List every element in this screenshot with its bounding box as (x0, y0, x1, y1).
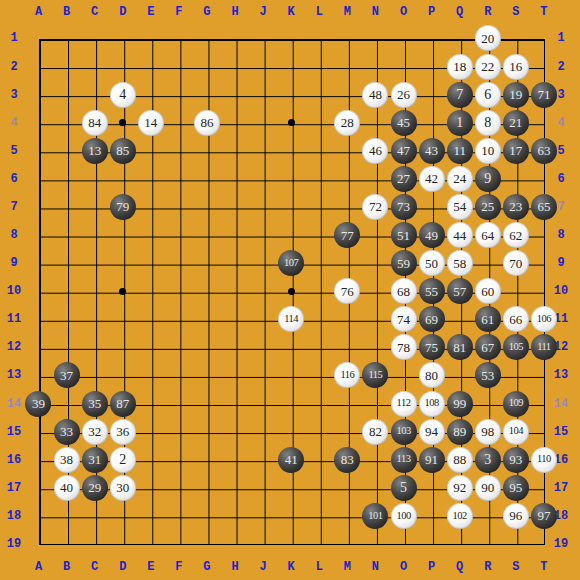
stone-white-50-P9[interactable]: 50 (419, 250, 445, 276)
row-labels-right-4: 4 (547, 109, 575, 137)
stone-white-94-P15[interactable]: 94 (419, 419, 445, 445)
row-labels-left-3: 3 (0, 81, 28, 109)
stone-black-99-Q14[interactable]: 99 (447, 391, 473, 417)
stone-black-27-O6[interactable]: 27 (391, 166, 417, 192)
column-labels-top-G: G (193, 0, 221, 24)
stone-white-92-Q17[interactable]: 92 (447, 475, 473, 501)
column-labels-bottom-N: N (361, 556, 389, 578)
stone-black-105-S12[interactable]: 105 (503, 334, 529, 360)
column-labels-top-M: M (333, 0, 361, 24)
stone-white-78-O12[interactable]: 78 (391, 334, 417, 360)
stone-white-10-R5[interactable]: 10 (475, 138, 501, 164)
stone-white-64-R8[interactable]: 64 (475, 222, 501, 248)
stone-white-70-S9[interactable]: 70 (503, 250, 529, 276)
row-labels-left-10: 10 (0, 277, 28, 305)
stone-white-14-E4[interactable]: 14 (138, 110, 164, 136)
stone-white-98-R15[interactable]: 98 (475, 419, 501, 445)
stone-black-35-C14[interactable]: 35 (82, 391, 108, 417)
row-labels-right-8: 8 (547, 221, 575, 249)
stone-black-109-S14[interactable]: 109 (503, 391, 529, 417)
stone-black-1-Q4[interactable]: 1 (447, 110, 473, 136)
stone-black-59-O9[interactable]: 59 (391, 250, 417, 276)
stone-white-90-R17[interactable]: 90 (475, 475, 501, 501)
stone-black-71-T3[interactable]: 71 (531, 82, 557, 108)
stone-black-81-Q12[interactable]: 81 (447, 334, 473, 360)
row-labels-left-17: 17 (0, 474, 28, 502)
column-labels-bottom-O: O (389, 556, 417, 578)
row-labels-right-13: 13 (547, 361, 575, 389)
stone-black-75-P12[interactable]: 75 (419, 334, 445, 360)
row-labels-left-12: 12 (0, 333, 28, 361)
row-labels-left-2: 2 (0, 53, 28, 81)
stone-white-96-S18[interactable]: 96 (503, 503, 529, 529)
row-labels-right-1: 1 (547, 24, 575, 52)
row-labels-left-9: 9 (0, 249, 28, 277)
row-labels-left: 12345678910111213141516171819 (0, 24, 28, 558)
stone-white-4-D3[interactable]: 4 (110, 82, 136, 108)
stone-black-37-B13[interactable]: 37 (54, 362, 80, 388)
stone-white-110-T16[interactable]: 110 (531, 447, 557, 473)
stone-white-48-N3[interactable]: 48 (362, 82, 388, 108)
stone-white-80-P13[interactable]: 80 (419, 362, 445, 388)
star-point-D4 (119, 119, 126, 126)
stone-white-66-S11[interactable]: 66 (503, 306, 529, 332)
stone-white-8-R4[interactable]: 8 (475, 110, 501, 136)
stone-black-23-S7[interactable]: 23 (503, 194, 529, 220)
go-board[interactable]: 2018221644826761971841486284518211385464… (0, 0, 580, 580)
stone-white-68-O10[interactable]: 68 (391, 278, 417, 304)
stone-white-24-Q6[interactable]: 24 (447, 166, 473, 192)
stone-white-100-O18[interactable]: 100 (391, 503, 417, 529)
go-diagram-page: { "game": "go", "title": "Go game record… (0, 0, 580, 580)
stone-white-40-B17[interactable]: 40 (54, 475, 80, 501)
stone-white-86-G4[interactable]: 86 (194, 110, 220, 136)
column-labels-top-A: A (24, 0, 52, 24)
star-point-D10 (119, 288, 126, 295)
stone-white-32-C15[interactable]: 32 (82, 419, 108, 445)
column-labels-bottom-K: K (277, 556, 305, 578)
column-labels-top-F: F (165, 0, 193, 24)
stone-black-9-R6[interactable]: 9 (475, 166, 501, 192)
row-labels-left-1: 1 (0, 24, 28, 52)
stone-black-79-D7[interactable]: 79 (110, 194, 136, 220)
column-labels-bottom-M: M (333, 556, 361, 578)
row-labels-right-9: 9 (547, 249, 575, 277)
row-labels-left-4: 4 (0, 109, 28, 137)
stone-black-77-M8[interactable]: 77 (334, 222, 360, 248)
stone-black-89-Q15[interactable]: 89 (447, 419, 473, 445)
column-labels-bottom-H: H (221, 556, 249, 578)
row-labels-left-18: 18 (0, 502, 28, 530)
column-labels-top-L: L (305, 0, 333, 24)
column-labels-bottom-Q: Q (446, 556, 474, 578)
column-labels-top-H: H (221, 0, 249, 24)
stone-black-25-R7[interactable]: 25 (475, 194, 501, 220)
row-labels-left-16: 16 (0, 446, 28, 474)
stone-white-36-D15[interactable]: 36 (110, 419, 136, 445)
stone-black-87-D14[interactable]: 87 (110, 391, 136, 417)
stone-black-39-A14[interactable]: 39 (25, 391, 51, 417)
column-labels-bottom-D: D (109, 556, 137, 578)
stone-white-74-O11[interactable]: 74 (391, 306, 417, 332)
stone-black-19-S3[interactable]: 19 (503, 82, 529, 108)
stone-black-53-R13[interactable]: 53 (475, 362, 501, 388)
row-labels-right-19: 19 (547, 530, 575, 558)
stone-black-13-C5[interactable]: 13 (82, 138, 108, 164)
stone-white-16-S2[interactable]: 16 (503, 54, 529, 80)
stone-black-73-O7[interactable]: 73 (391, 194, 417, 220)
column-labels-top-K: K (277, 0, 305, 24)
column-labels-bottom-T: T (530, 556, 558, 578)
column-labels-bottom: ABCDEFGHJKLMNOPQRST (24, 556, 558, 578)
row-labels-left-19: 19 (0, 530, 28, 558)
star-point-K4 (288, 119, 295, 126)
stone-black-113-O16[interactable]: 113 (391, 447, 417, 473)
stone-black-17-S5[interactable]: 17 (503, 138, 529, 164)
stone-black-29-C17[interactable]: 29 (82, 475, 108, 501)
row-labels-left-11: 11 (0, 305, 28, 333)
stone-white-72-N7[interactable]: 72 (362, 194, 388, 220)
stone-black-101-N18[interactable]: 101 (362, 503, 388, 529)
stone-black-43-P5[interactable]: 43 (419, 138, 445, 164)
column-labels-top-B: B (53, 0, 81, 24)
column-labels-top-T: T (530, 0, 558, 24)
column-labels-bottom-F: F (165, 556, 193, 578)
row-labels-left-7: 7 (0, 193, 28, 221)
stone-white-82-N15[interactable]: 82 (362, 419, 388, 445)
stone-white-54-Q7[interactable]: 54 (447, 194, 473, 220)
stone-white-88-Q16[interactable]: 88 (447, 447, 473, 473)
star-point-K10 (288, 288, 295, 295)
column-labels-top: ABCDEFGHJKLMNOPQRST (24, 0, 558, 24)
stone-black-115-N13[interactable]: 115 (362, 362, 388, 388)
stone-white-60-R10[interactable]: 60 (475, 278, 501, 304)
column-labels-bottom-E: E (137, 556, 165, 578)
stone-black-41-K16[interactable]: 41 (278, 447, 304, 473)
stone-white-46-N5[interactable]: 46 (362, 138, 388, 164)
column-labels-top-O: O (389, 0, 417, 24)
row-labels-left-5: 5 (0, 137, 28, 165)
column-labels-bottom-P: P (418, 556, 446, 578)
row-labels-right-6: 6 (547, 165, 575, 193)
row-labels-right-2: 2 (547, 53, 575, 81)
stone-black-95-S17[interactable]: 95 (503, 475, 529, 501)
stone-black-5-O17[interactable]: 5 (391, 475, 417, 501)
stone-black-67-R12[interactable]: 67 (475, 334, 501, 360)
stone-black-49-P8[interactable]: 49 (419, 222, 445, 248)
stone-black-11-Q5[interactable]: 11 (447, 138, 473, 164)
column-labels-top-R: R (474, 0, 502, 24)
column-labels-top-C: C (81, 0, 109, 24)
stone-white-106-T11[interactable]: 106 (531, 306, 557, 332)
stone-white-102-Q18[interactable]: 102 (447, 503, 473, 529)
column-labels-top-P: P (418, 0, 446, 24)
stone-white-108-P14[interactable]: 108 (419, 391, 445, 417)
stone-black-85-D5[interactable]: 85 (110, 138, 136, 164)
column-labels-top-D: D (109, 0, 137, 24)
stone-white-84-C4[interactable]: 84 (82, 110, 108, 136)
column-labels-bottom-L: L (305, 556, 333, 578)
row-labels-right-15: 15 (547, 418, 575, 446)
column-labels-bottom-A: A (24, 556, 52, 578)
row-labels-left-14: 14 (0, 389, 28, 417)
row-labels-right-14: 14 (547, 389, 575, 417)
row-labels-right-17: 17 (547, 474, 575, 502)
stone-white-2-D16[interactable]: 2 (110, 447, 136, 473)
column-labels-top-N: N (361, 0, 389, 24)
stone-white-116-M13[interactable]: 116 (334, 362, 360, 388)
intersection-grid[interactable]: 2018221644826761971841486284518211385464… (24, 24, 558, 558)
stone-white-28-M4[interactable]: 28 (334, 110, 360, 136)
stone-black-33-B15[interactable]: 33 (54, 419, 80, 445)
stone-black-55-P10[interactable]: 55 (419, 278, 445, 304)
column-labels-bottom-C: C (81, 556, 109, 578)
stone-black-97-T18[interactable]: 97 (531, 503, 557, 529)
stone-black-31-C16[interactable]: 31 (82, 447, 108, 473)
row-labels-left-6: 6 (0, 165, 28, 193)
stone-black-65-T7[interactable]: 65 (531, 194, 557, 220)
column-labels-top-J: J (249, 0, 277, 24)
stone-black-107-K9[interactable]: 107 (278, 250, 304, 276)
stone-white-112-O14[interactable]: 112 (391, 391, 417, 417)
stone-white-44-Q8[interactable]: 44 (447, 222, 473, 248)
stone-black-47-O5[interactable]: 47 (391, 138, 417, 164)
stone-black-57-Q10[interactable]: 57 (447, 278, 473, 304)
column-labels-bottom-S: S (502, 556, 530, 578)
stone-white-26-O3[interactable]: 26 (391, 82, 417, 108)
stone-white-42-P6[interactable]: 42 (419, 166, 445, 192)
row-labels-left-15: 15 (0, 418, 28, 446)
row-labels-right-10: 10 (547, 277, 575, 305)
stone-black-21-S4[interactable]: 21 (503, 110, 529, 136)
stone-black-63-T5[interactable]: 63 (531, 138, 557, 164)
column-labels-top-Q: Q (446, 0, 474, 24)
stone-black-51-O8[interactable]: 51 (391, 222, 417, 248)
column-labels-bottom-R: R (474, 556, 502, 578)
stone-black-45-O4[interactable]: 45 (391, 110, 417, 136)
stone-white-20-R1[interactable]: 20 (475, 25, 501, 51)
column-labels-top-E: E (137, 0, 165, 24)
row-labels-left-8: 8 (0, 221, 28, 249)
row-labels-left-13: 13 (0, 361, 28, 389)
stone-white-104-S15[interactable]: 104 (503, 419, 529, 445)
stone-black-7-Q3[interactable]: 7 (447, 82, 473, 108)
column-labels-top-S: S (502, 0, 530, 24)
column-labels-bottom-G: G (193, 556, 221, 578)
stone-white-22-R2[interactable]: 22 (475, 54, 501, 80)
column-labels-bottom-B: B (53, 556, 81, 578)
stone-white-58-Q9[interactable]: 58 (447, 250, 473, 276)
stone-white-62-S8[interactable]: 62 (503, 222, 529, 248)
stone-white-76-M10[interactable]: 76 (334, 278, 360, 304)
stone-black-61-R11[interactable]: 61 (475, 306, 501, 332)
stone-black-91-P16[interactable]: 91 (419, 447, 445, 473)
stone-white-6-R3[interactable]: 6 (475, 82, 501, 108)
stone-black-103-O15[interactable]: 103 (391, 419, 417, 445)
stone-black-3-R16[interactable]: 3 (475, 447, 501, 473)
stone-black-69-P11[interactable]: 69 (419, 306, 445, 332)
stone-black-83-M16[interactable]: 83 (334, 447, 360, 473)
stone-white-114-K11[interactable]: 114 (278, 306, 304, 332)
stone-white-30-D17[interactable]: 30 (110, 475, 136, 501)
column-labels-bottom-J: J (249, 556, 277, 578)
stone-white-18-Q2[interactable]: 18 (447, 54, 473, 80)
stone-white-38-B16[interactable]: 38 (54, 447, 80, 473)
stone-black-93-S16[interactable]: 93 (503, 447, 529, 473)
